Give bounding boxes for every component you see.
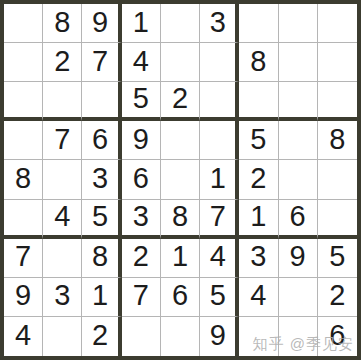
cell-r8c4: 7 xyxy=(122,278,161,317)
cell-r7c1: 7 xyxy=(4,239,43,278)
cell-r6c2: 4 xyxy=(43,200,82,239)
cell-r7c4: 2 xyxy=(122,239,161,278)
sudoku-board: 8913274852769588361245387167821439593176… xyxy=(0,0,361,360)
cell-r2c1 xyxy=(4,43,43,82)
cell-r3c2 xyxy=(43,82,82,121)
cell-r3c1 xyxy=(4,82,43,121)
cell-r8c1: 9 xyxy=(4,278,43,317)
cell-r5c8 xyxy=(279,160,318,199)
cell-r9c7 xyxy=(239,317,278,356)
cell-r9c1: 4 xyxy=(4,317,43,356)
cell-r1c7 xyxy=(239,4,278,43)
cell-r3c5: 2 xyxy=(161,82,200,121)
cell-r8c5: 6 xyxy=(161,278,200,317)
cell-r5c1: 8 xyxy=(4,160,43,199)
cell-r5c7: 2 xyxy=(239,160,278,199)
cell-r2c5 xyxy=(161,43,200,82)
cell-r8c2: 3 xyxy=(43,278,82,317)
cell-r4c2: 7 xyxy=(43,121,82,160)
cell-r2c2: 2 xyxy=(43,43,82,82)
cell-r3c3 xyxy=(82,82,121,121)
cell-r9c4 xyxy=(122,317,161,356)
cell-r1c4: 1 xyxy=(122,4,161,43)
cell-r5c9 xyxy=(318,160,357,199)
cell-r7c5: 1 xyxy=(161,239,200,278)
cell-r3c4: 5 xyxy=(122,82,161,121)
cell-r8c7: 4 xyxy=(239,278,278,317)
cell-r6c9 xyxy=(318,200,357,239)
cell-r3c9 xyxy=(318,82,357,121)
cell-r5c6: 1 xyxy=(200,160,239,199)
cell-r8c9: 2 xyxy=(318,278,357,317)
cell-r9c3: 2 xyxy=(82,317,121,356)
cell-r4c4: 9 xyxy=(122,121,161,160)
cell-r9c5 xyxy=(161,317,200,356)
cell-r1c9 xyxy=(318,4,357,43)
cell-r4c3: 6 xyxy=(82,121,121,160)
cell-r7c8: 9 xyxy=(279,239,318,278)
cell-r4c8 xyxy=(279,121,318,160)
cell-r4c1 xyxy=(4,121,43,160)
sudoku-puzzle-image: 8913274852769588361245387167821439593176… xyxy=(0,0,361,360)
cell-r2c9 xyxy=(318,43,357,82)
cell-r2c3: 7 xyxy=(82,43,121,82)
cell-r4c9: 8 xyxy=(318,121,357,160)
cell-r6c6: 7 xyxy=(200,200,239,239)
cell-r7c7: 3 xyxy=(239,239,278,278)
cell-r9c9: 6 xyxy=(318,317,357,356)
cell-r1c3: 9 xyxy=(82,4,121,43)
cell-r1c1 xyxy=(4,4,43,43)
cell-r5c5 xyxy=(161,160,200,199)
cell-r3c6 xyxy=(200,82,239,121)
cell-r1c8 xyxy=(279,4,318,43)
cell-r8c8 xyxy=(279,278,318,317)
cell-r1c6: 3 xyxy=(200,4,239,43)
cell-r3c7 xyxy=(239,82,278,121)
cell-r8c6: 5 xyxy=(200,278,239,317)
cell-r2c6 xyxy=(200,43,239,82)
cell-r1c2: 8 xyxy=(43,4,82,43)
cell-r7c3: 8 xyxy=(82,239,121,278)
cell-r8c3: 1 xyxy=(82,278,121,317)
cell-r4c6 xyxy=(200,121,239,160)
cell-r7c2 xyxy=(43,239,82,278)
cell-r1c5 xyxy=(161,4,200,43)
cell-r4c7: 5 xyxy=(239,121,278,160)
cell-r6c8: 6 xyxy=(279,200,318,239)
cell-r3c8 xyxy=(279,82,318,121)
cell-r2c7: 8 xyxy=(239,43,278,82)
cell-r6c1 xyxy=(4,200,43,239)
cell-r5c4: 6 xyxy=(122,160,161,199)
cell-r9c6: 9 xyxy=(200,317,239,356)
cell-r7c9: 5 xyxy=(318,239,357,278)
cell-r9c2 xyxy=(43,317,82,356)
cell-r5c3: 3 xyxy=(82,160,121,199)
cell-r5c2 xyxy=(43,160,82,199)
cell-r6c3: 5 xyxy=(82,200,121,239)
cell-r2c8 xyxy=(279,43,318,82)
cell-r6c4: 3 xyxy=(122,200,161,239)
cell-r2c4: 4 xyxy=(122,43,161,82)
cell-r9c8 xyxy=(279,317,318,356)
cell-r4c5 xyxy=(161,121,200,160)
cell-r6c5: 8 xyxy=(161,200,200,239)
cell-r6c7: 1 xyxy=(239,200,278,239)
cell-r7c6: 4 xyxy=(200,239,239,278)
